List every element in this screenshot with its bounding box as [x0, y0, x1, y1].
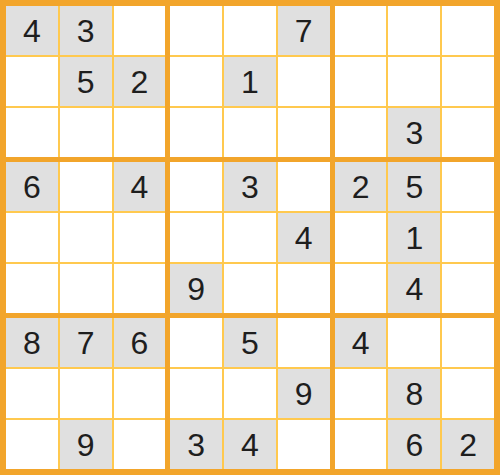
cell-r7c2: 7	[60, 318, 112, 367]
cell-r3c9[interactable]	[442, 108, 494, 157]
cell-r4c8: 5	[388, 162, 440, 211]
cell-r5c5[interactable]	[224, 213, 276, 262]
cell-r3c3[interactable]	[114, 108, 166, 157]
cell-r7c6[interactable]	[278, 318, 330, 367]
cell-r9c1[interactable]	[6, 420, 58, 469]
cell-r2c7[interactable]	[335, 57, 387, 106]
cell-r3c5[interactable]	[224, 108, 276, 157]
cell-r8c9[interactable]	[442, 369, 494, 418]
sudoku-board: 4352713643492514876959344862	[0, 0, 500, 475]
cell-r8c6: 9	[278, 369, 330, 418]
cell-r3c6[interactable]	[278, 108, 330, 157]
box-2-1: 64	[6, 162, 165, 313]
cell-r5c2[interactable]	[60, 213, 112, 262]
cell-r8c2[interactable]	[60, 369, 112, 418]
cell-r5c1[interactable]	[6, 213, 58, 262]
cell-r3c7[interactable]	[335, 108, 387, 157]
cell-r1c4[interactable]	[170, 6, 222, 55]
cell-r1c6: 7	[278, 6, 330, 55]
cell-r4c1: 6	[6, 162, 58, 211]
cell-r8c4[interactable]	[170, 369, 222, 418]
cell-r9c7[interactable]	[335, 420, 387, 469]
cell-r7c7: 4	[335, 318, 387, 367]
cell-r2c8[interactable]	[388, 57, 440, 106]
cell-r4c6[interactable]	[278, 162, 330, 211]
cell-r9c5: 4	[224, 420, 276, 469]
cell-r8c8: 8	[388, 369, 440, 418]
cell-r6c9[interactable]	[442, 264, 494, 313]
cell-r8c1[interactable]	[6, 369, 58, 418]
cell-r8c7[interactable]	[335, 369, 387, 418]
cell-r7c3: 6	[114, 318, 166, 367]
cell-r1c5[interactable]	[224, 6, 276, 55]
cell-r6c5[interactable]	[224, 264, 276, 313]
cell-r5c9[interactable]	[442, 213, 494, 262]
cell-r2c2: 5	[60, 57, 112, 106]
cell-r1c1: 4	[6, 6, 58, 55]
box-1-2: 71	[170, 6, 329, 157]
cell-r8c5[interactable]	[224, 369, 276, 418]
box-2-2: 349	[170, 162, 329, 313]
cell-r5c4[interactable]	[170, 213, 222, 262]
cell-r9c6[interactable]	[278, 420, 330, 469]
cell-r1c9[interactable]	[442, 6, 494, 55]
cell-r2c6[interactable]	[278, 57, 330, 106]
cell-r3c4[interactable]	[170, 108, 222, 157]
cell-r7c1: 8	[6, 318, 58, 367]
cell-r5c7[interactable]	[335, 213, 387, 262]
cell-r8c3[interactable]	[114, 369, 166, 418]
cell-r6c8: 4	[388, 264, 440, 313]
cell-r9c3[interactable]	[114, 420, 166, 469]
cell-r9c4: 3	[170, 420, 222, 469]
cell-r7c5: 5	[224, 318, 276, 367]
box-2-3: 2514	[335, 162, 494, 313]
box-3-2: 5934	[170, 318, 329, 469]
cell-r6c4: 9	[170, 264, 222, 313]
cell-r3c8: 3	[388, 108, 440, 157]
cell-r4c5: 3	[224, 162, 276, 211]
cell-r6c6[interactable]	[278, 264, 330, 313]
cell-r4c9[interactable]	[442, 162, 494, 211]
cell-r4c4[interactable]	[170, 162, 222, 211]
cell-r4c7: 2	[335, 162, 387, 211]
cell-r1c7[interactable]	[335, 6, 387, 55]
cell-r9c9: 2	[442, 420, 494, 469]
cell-r6c2[interactable]	[60, 264, 112, 313]
cell-r6c1[interactable]	[6, 264, 58, 313]
box-3-1: 8769	[6, 318, 165, 469]
cell-r3c2[interactable]	[60, 108, 112, 157]
cell-r1c8[interactable]	[388, 6, 440, 55]
cell-r2c4[interactable]	[170, 57, 222, 106]
cell-r4c3: 4	[114, 162, 166, 211]
cell-r4c2[interactable]	[60, 162, 112, 211]
cell-r3c1[interactable]	[6, 108, 58, 157]
cell-r2c5: 1	[224, 57, 276, 106]
cell-r5c6: 4	[278, 213, 330, 262]
cell-r1c3[interactable]	[114, 6, 166, 55]
cell-r9c8: 6	[388, 420, 440, 469]
cell-r6c7[interactable]	[335, 264, 387, 313]
cell-r2c9[interactable]	[442, 57, 494, 106]
cell-r7c9[interactable]	[442, 318, 494, 367]
cell-r5c8: 1	[388, 213, 440, 262]
cell-r5c3[interactable]	[114, 213, 166, 262]
cell-r2c3: 2	[114, 57, 166, 106]
cell-r7c4[interactable]	[170, 318, 222, 367]
box-1-3: 3	[335, 6, 494, 157]
box-1-1: 4352	[6, 6, 165, 157]
cell-r9c2: 9	[60, 420, 112, 469]
cell-r1c2: 3	[60, 6, 112, 55]
cell-r2c1[interactable]	[6, 57, 58, 106]
cell-r6c3[interactable]	[114, 264, 166, 313]
box-3-3: 4862	[335, 318, 494, 469]
cell-r7c8[interactable]	[388, 318, 440, 367]
